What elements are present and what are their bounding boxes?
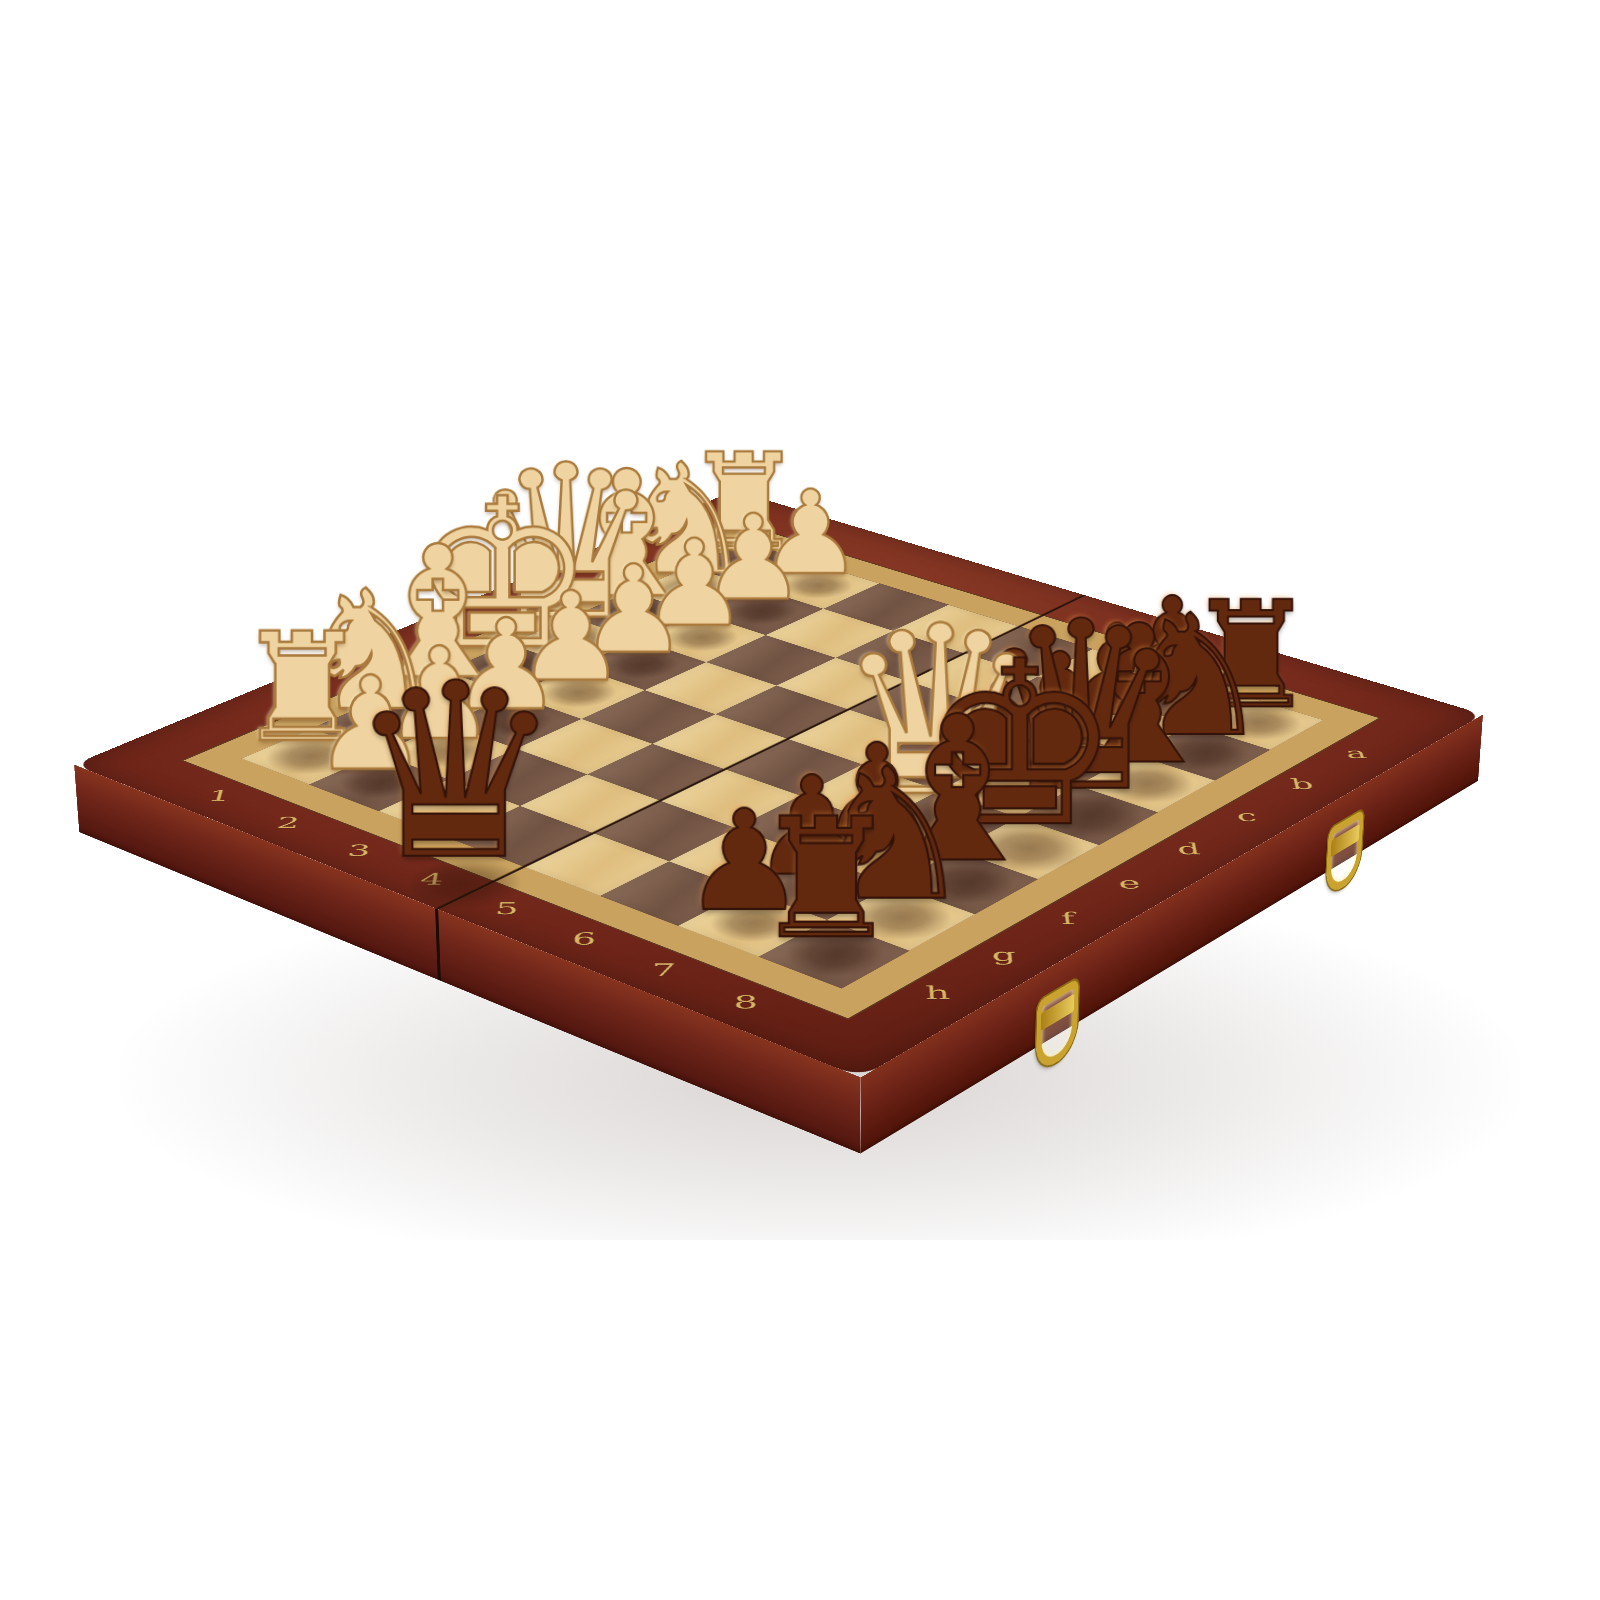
case-side-seam (435, 908, 441, 981)
queen-icon: ♛ (315, 658, 596, 888)
brass-clasp-hinge (1041, 994, 1075, 1032)
brass-clasp-hinge (1331, 824, 1360, 857)
rook-icon: ♜ (680, 801, 970, 958)
product-photo-scene: 12345678 abcdefgh ♜♟♞♟♝♟♛♟♚♟♝♟♟♞♜♟♟♜♞♟♟♝… (0, 0, 1600, 1600)
